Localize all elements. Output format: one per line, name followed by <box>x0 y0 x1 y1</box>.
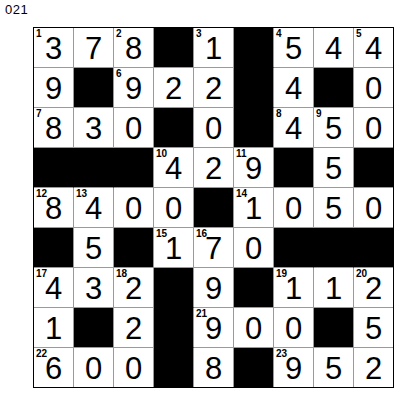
entry-cell-r8c9[interactable]: 5 <box>354 308 393 348</box>
cell-digit: 2 <box>365 351 382 384</box>
cell-digit: 2 <box>365 271 382 304</box>
cell-digit: 0 <box>125 351 142 384</box>
entry-cell-r5c1[interactable]: 128 <box>34 188 74 228</box>
cell-digit: 8 <box>45 191 62 224</box>
entry-cell-r4c8[interactable]: 5 <box>314 148 354 188</box>
clue-number: 1 <box>36 29 42 39</box>
entry-cell-r1c5[interactable]: 31 <box>194 28 234 68</box>
black-cell-r9c6 <box>234 348 274 387</box>
clue-number: 23 <box>276 349 287 359</box>
cell-digit: 8 <box>205 351 222 384</box>
board-row-1: 137283145454 <box>34 28 393 68</box>
entry-cell-r4c4[interactable]: 104 <box>154 148 194 188</box>
black-cell-r6c3 <box>114 228 154 268</box>
entry-cell-r7c9[interactable]: 202 <box>354 268 393 308</box>
cell-digit: 2 <box>205 71 222 104</box>
black-cell-r8c8 <box>314 308 354 348</box>
cell-digit: 7 <box>205 231 222 264</box>
cell-digit: 4 <box>365 31 382 64</box>
clue-number: 18 <box>116 269 127 279</box>
black-cell-r4c7 <box>274 148 314 188</box>
entry-cell-r9c1[interactable]: 226 <box>34 348 74 387</box>
clue-number: 17 <box>36 269 47 279</box>
entry-cell-r8c7[interactable]: 0 <box>274 308 314 348</box>
cell-digit: 0 <box>205 111 222 144</box>
cell-digit: 4 <box>325 31 342 64</box>
cell-digit: 9 <box>205 271 222 304</box>
puzzle-id: 021 <box>5 2 28 17</box>
entry-cell-r2c7[interactable]: 4 <box>274 68 314 108</box>
clue-number: 9 <box>316 109 322 119</box>
entry-cell-r5c6[interactable]: 141 <box>234 188 274 228</box>
board-row-3: 7830084950 <box>34 108 393 148</box>
cell-digit: 0 <box>285 191 302 224</box>
entry-cell-r7c5[interactable]: 9 <box>194 268 234 308</box>
entry-cell-r7c3[interactable]: 182 <box>114 268 154 308</box>
cell-digit: 2 <box>125 311 142 344</box>
entry-cell-r3c8[interactable]: 95 <box>314 108 354 148</box>
cell-digit: 0 <box>285 311 302 344</box>
clue-number: 13 <box>76 189 87 199</box>
entry-cell-r6c2[interactable]: 5 <box>74 228 114 268</box>
black-cell-r2c8 <box>314 68 354 108</box>
clue-number: 19 <box>276 269 287 279</box>
entry-cell-r2c3[interactable]: 69 <box>114 68 154 108</box>
black-cell-r7c6 <box>234 268 274 308</box>
board-row-6: 51511670 <box>34 228 393 268</box>
cell-digit: 4 <box>285 71 302 104</box>
clue-number: 21 <box>196 309 207 319</box>
clue-number: 7 <box>36 109 42 119</box>
clue-number: 3 <box>196 29 202 39</box>
clue-number: 20 <box>356 269 367 279</box>
cell-digit: 5 <box>85 231 102 264</box>
entry-cell-r8c5[interactable]: 219 <box>194 308 234 348</box>
cell-digit: 3 <box>85 111 102 144</box>
cell-digit: 0 <box>125 111 142 144</box>
clue-number: 4 <box>276 29 282 39</box>
clue-number: 11 <box>236 149 247 159</box>
cell-digit: 0 <box>365 191 382 224</box>
cell-digit: 3 <box>45 31 62 64</box>
cell-digit: 4 <box>85 191 102 224</box>
cell-digit: 5 <box>285 31 302 64</box>
entry-cell-r8c1[interactable]: 1 <box>34 308 74 348</box>
entry-cell-r2c5[interactable]: 2 <box>194 68 234 108</box>
board-row-7: 174318291911202 <box>34 268 393 308</box>
black-cell-r6c9 <box>354 228 393 268</box>
clue-number: 5 <box>356 29 362 39</box>
board-row-5: 12813400141050 <box>34 188 393 228</box>
cell-digit: 0 <box>125 191 142 224</box>
entry-cell-r3c5[interactable]: 0 <box>194 108 234 148</box>
cell-digit: 5 <box>325 351 342 384</box>
black-cell-r1c6 <box>234 28 274 68</box>
black-cell-r9c4 <box>154 348 194 387</box>
cell-digit: 8 <box>125 31 142 64</box>
entry-cell-r9c9[interactable]: 2 <box>354 348 393 387</box>
entry-cell-r1c2[interactable]: 7 <box>74 28 114 68</box>
entry-cell-r5c4[interactable]: 0 <box>154 188 194 228</box>
black-cell-r8c2 <box>74 308 114 348</box>
cell-digit: 5 <box>325 151 342 184</box>
black-cell-r2c6 <box>234 68 274 108</box>
entry-cell-r3c3[interactable]: 0 <box>114 108 154 148</box>
board-row-2: 9692240 <box>34 68 393 108</box>
entry-cell-r7c2[interactable]: 3 <box>74 268 114 308</box>
entry-cell-r3c2[interactable]: 3 <box>74 108 114 148</box>
clue-number: 22 <box>36 349 47 359</box>
clue-number: 8 <box>276 109 282 119</box>
cell-digit: 2 <box>165 71 182 104</box>
black-cell-r4c3 <box>114 148 154 188</box>
entry-cell-r2c9[interactable]: 0 <box>354 68 393 108</box>
entry-cell-r4c5[interactable]: 2 <box>194 148 234 188</box>
entry-cell-r2c1[interactable]: 9 <box>34 68 74 108</box>
board-row-4: 10421195 <box>34 148 393 188</box>
black-cell-r3c6 <box>234 108 274 148</box>
cell-digit: 2 <box>125 271 142 304</box>
entry-cell-r8c3[interactable]: 2 <box>114 308 154 348</box>
cell-digit: 0 <box>365 71 382 104</box>
entry-cell-r3c9[interactable]: 0 <box>354 108 393 148</box>
cell-digit: 4 <box>45 271 62 304</box>
cell-digit: 1 <box>285 271 302 304</box>
entry-cell-r9c3[interactable]: 0 <box>114 348 154 387</box>
cell-digit: 3 <box>85 271 102 304</box>
cell-digit: 9 <box>125 71 142 104</box>
black-cell-r3c4 <box>154 108 194 148</box>
entry-cell-r7c8[interactable]: 1 <box>314 268 354 308</box>
entry-cell-r2c4[interactable]: 2 <box>154 68 194 108</box>
cell-digit: 9 <box>205 311 222 344</box>
entry-cell-r1c1[interactable]: 13 <box>34 28 74 68</box>
clue-number: 10 <box>156 149 167 159</box>
cell-digit: 0 <box>245 311 262 344</box>
clue-number: 16 <box>196 229 207 239</box>
cell-digit: 7 <box>85 31 102 64</box>
clue-number: 14 <box>236 189 247 199</box>
black-cell-r2c2 <box>74 68 114 108</box>
entry-cell-r1c3[interactable]: 28 <box>114 28 154 68</box>
puzzle-page: 021 137283145454969224078300849501042119… <box>0 0 403 396</box>
cell-digit: 5 <box>365 311 382 344</box>
entry-cell-r5c2[interactable]: 134 <box>74 188 114 228</box>
black-cell-r7c4 <box>154 268 194 308</box>
entry-cell-r7c7[interactable]: 191 <box>274 268 314 308</box>
clue-number: 12 <box>36 189 47 199</box>
entry-cell-r7c1[interactable]: 174 <box>34 268 74 308</box>
cell-digit: 4 <box>285 111 302 144</box>
entry-cell-r1c8[interactable]: 4 <box>314 28 354 68</box>
cell-digit: 1 <box>205 31 222 64</box>
entry-cell-r3c1[interactable]: 78 <box>34 108 74 148</box>
entry-cell-r9c2[interactable]: 0 <box>74 348 114 387</box>
cell-digit: 6 <box>45 351 62 384</box>
cell-digit: 9 <box>285 351 302 384</box>
black-cell-r1c4 <box>154 28 194 68</box>
cell-digit: 1 <box>325 271 342 304</box>
cell-digit: 4 <box>165 151 182 184</box>
cell-digit: 0 <box>365 111 382 144</box>
cell-digit: 1 <box>45 311 62 344</box>
entry-cell-r1c7[interactable]: 45 <box>274 28 314 68</box>
entry-cell-r6c6[interactable]: 0 <box>234 228 274 268</box>
board-row-9: 22600823952 <box>34 348 393 387</box>
cell-digit: 9 <box>245 151 262 184</box>
entry-cell-r9c7[interactable]: 239 <box>274 348 314 387</box>
entry-cell-r3c7[interactable]: 84 <box>274 108 314 148</box>
cell-digit: 1 <box>245 191 262 224</box>
black-cell-r8c4 <box>154 308 194 348</box>
entry-cell-r8c6[interactable]: 0 <box>234 308 274 348</box>
entry-cell-r5c7[interactable]: 0 <box>274 188 314 228</box>
cell-digit: 0 <box>85 351 102 384</box>
cell-digit: 2 <box>205 151 222 184</box>
cell-digit: 5 <box>325 191 342 224</box>
entry-cell-r5c3[interactable]: 0 <box>114 188 154 228</box>
black-cell-r4c9 <box>354 148 393 188</box>
clue-number: 15 <box>156 229 167 239</box>
cell-digit: 8 <box>45 111 62 144</box>
entry-cell-r9c5[interactable]: 8 <box>194 348 234 387</box>
black-cell-r6c1 <box>34 228 74 268</box>
entry-cell-r9c8[interactable]: 5 <box>314 348 354 387</box>
black-cell-r6c7 <box>274 228 314 268</box>
entry-cell-r1c9[interactable]: 54 <box>354 28 393 68</box>
cell-digit: 1 <box>165 231 182 264</box>
entry-cell-r4c6[interactable]: 119 <box>234 148 274 188</box>
cell-digit: 5 <box>325 111 342 144</box>
cell-digit: 0 <box>165 191 182 224</box>
black-cell-r4c1 <box>34 148 74 188</box>
crossnumber-board: 1372831454549692240783008495010421195128… <box>33 27 394 388</box>
clue-number: 2 <box>116 29 122 39</box>
cell-digit: 9 <box>45 71 62 104</box>
black-cell-r5c5 <box>194 188 234 228</box>
cell-digit: 0 <box>245 231 262 264</box>
clue-number: 6 <box>116 69 122 79</box>
black-cell-r4c2 <box>74 148 114 188</box>
black-cell-r6c8 <box>314 228 354 268</box>
entry-cell-r6c4[interactable]: 151 <box>154 228 194 268</box>
board-row-8: 12219005 <box>34 308 393 348</box>
entry-cell-r5c9[interactable]: 0 <box>354 188 393 228</box>
entry-cell-r6c5[interactable]: 167 <box>194 228 234 268</box>
entry-cell-r5c8[interactable]: 5 <box>314 188 354 228</box>
